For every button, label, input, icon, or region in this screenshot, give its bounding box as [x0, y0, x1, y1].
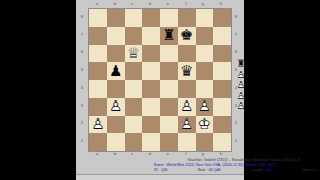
square-a7[interactable] — [89, 27, 107, 45]
square-h6[interactable] — [213, 45, 231, 63]
square-d2[interactable] — [142, 116, 160, 134]
file-label-a: a — [93, 152, 100, 156]
square-d4[interactable] — [142, 80, 160, 98]
file-label-b: b — [111, 152, 118, 156]
footer-strip — [76, 175, 244, 180]
square-c8[interactable] — [125, 9, 143, 27]
white-king: ♚♔ — [196, 116, 214, 134]
black-queen: ♛ — [178, 62, 196, 80]
file-label-c: c — [129, 152, 136, 156]
file-label-c: c — [129, 2, 136, 6]
square-b4[interactable] — [107, 80, 125, 98]
square-c6[interactable]: ♛♕ — [125, 45, 143, 63]
square-c2[interactable] — [125, 116, 143, 134]
chess-board[interactable]: ♜♚♛♕♟♛♟♙♟♙♟♙♟♙♟♙♚♔ — [88, 8, 232, 152]
square-g6[interactable] — [196, 45, 214, 63]
square-d6[interactable] — [142, 45, 160, 63]
square-g2[interactable]: ♚♔ — [196, 116, 214, 134]
white-pawn: ♟♙ — [178, 116, 196, 134]
square-f5[interactable]: ♛ — [178, 62, 196, 80]
file-label-g: g — [200, 152, 207, 156]
square-f6[interactable] — [178, 45, 196, 63]
black-pawn: ♟ — [107, 62, 125, 80]
black-rook: ♜ — [160, 27, 178, 45]
square-b2[interactable] — [107, 116, 125, 134]
file-label-d: d — [147, 152, 154, 156]
square-f7[interactable]: ♚ — [178, 27, 196, 45]
square-e8[interactable] — [160, 9, 178, 27]
rank-label-right-5: 5 — [233, 68, 240, 72]
file-label-h: h — [218, 2, 225, 6]
rank-label-left-6: 6 — [79, 50, 86, 54]
white-pawn: ♟♙ — [178, 98, 196, 116]
video-frame: ♜♚♛♕♟♛♟♙♟♙♟♙♟♙♟♙♚♔ ♜♟♙♟♙♟♙♟♙ Gauthier, G… — [0, 0, 320, 180]
square-b3[interactable]: ♟♙ — [107, 98, 125, 116]
square-c4[interactable] — [125, 80, 143, 98]
square-e6[interactable] — [160, 45, 178, 63]
tray-white-pawn: ♟♙ — [236, 91, 246, 101]
square-a4[interactable] — [89, 80, 107, 98]
square-c7[interactable] — [125, 27, 143, 45]
square-h7[interactable] — [213, 27, 231, 45]
move-token: Length : 116 — [251, 168, 271, 172]
square-g3[interactable]: ♟♙ — [196, 98, 214, 116]
rank-label-right-4: 4 — [233, 86, 240, 90]
white-queen: ♛♕ — [125, 45, 143, 63]
file-label-f: f — [182, 2, 189, 6]
square-b5[interactable]: ♟ — [107, 62, 125, 80]
black-king: ♚ — [178, 27, 196, 45]
square-h5[interactable] — [213, 62, 231, 80]
file-label-f: f — [182, 152, 189, 156]
file-label-e: e — [164, 2, 171, 6]
rank-label-right-3: 3 — [233, 104, 240, 108]
white-pawn: ♟♙ — [89, 116, 107, 134]
square-a2[interactable]: ♟♙ — [89, 116, 107, 134]
file-label-a: a — [93, 2, 100, 6]
rank-label-left-5: 5 — [79, 68, 86, 72]
square-c1[interactable] — [125, 133, 143, 151]
square-a3[interactable] — [89, 98, 107, 116]
rank-label-left-2: 2 — [79, 121, 86, 125]
square-c3[interactable] — [125, 98, 143, 116]
white-pawn: ♟♙ — [107, 98, 125, 116]
rank-label-right-8: 8 — [233, 15, 240, 19]
rank-label-left-3: 3 — [79, 104, 86, 108]
move-token: Material : -1 — [302, 168, 320, 172]
letterbox-right — [244, 0, 320, 180]
move-token: 91 : Qf6 — [154, 168, 167, 172]
square-d3[interactable] — [142, 98, 160, 116]
square-h1[interactable] — [213, 133, 231, 151]
square-e7[interactable]: ♜ — [160, 27, 178, 45]
square-c5[interactable] — [125, 62, 143, 80]
square-a5[interactable] — [89, 62, 107, 80]
rank-label-left-1: 1 — [79, 139, 86, 143]
square-e2[interactable] — [160, 116, 178, 134]
rank-label-left-7: 7 — [79, 33, 86, 37]
square-f3[interactable]: ♟♙ — [178, 98, 196, 116]
square-h3[interactable] — [213, 98, 231, 116]
square-b1[interactable] — [107, 133, 125, 151]
rank-label-right-2: 2 — [233, 121, 240, 125]
square-e3[interactable] — [160, 98, 178, 116]
move-info-line: 91 : Qf6Next : 46.Qd6Length : 116Materia… — [154, 168, 320, 172]
rank-label-left-8: 8 — [79, 15, 86, 19]
square-g1[interactable] — [196, 133, 214, 151]
file-label-d: d — [147, 2, 154, 6]
file-label-h: h — [218, 152, 225, 156]
square-g8[interactable] — [196, 9, 214, 27]
square-b8[interactable] — [107, 9, 125, 27]
rank-label-right-6: 6 — [233, 50, 240, 54]
square-d1[interactable] — [142, 133, 160, 151]
square-a8[interactable] — [89, 9, 107, 27]
square-g5[interactable] — [196, 62, 214, 80]
square-a1[interactable] — [89, 133, 107, 151]
square-d8[interactable] — [142, 9, 160, 27]
square-f8[interactable] — [178, 9, 196, 27]
players-result-line: Gauthier, Gabriel (2315) -- Kovalevsky, … — [160, 158, 320, 162]
square-h4[interactable] — [213, 80, 231, 98]
square-f1[interactable] — [178, 133, 196, 151]
rank-label-left-4: 4 — [79, 86, 86, 90]
square-h2[interactable] — [213, 116, 231, 134]
file-label-g: g — [200, 2, 207, 6]
square-a6[interactable] — [89, 45, 107, 63]
chess-gui-panel: ♜♚♛♕♟♛♟♙♟♙♟♙♟♙♟♙♚♔ ♜♟♙♟♙♟♙♟♙ Gauthier, G… — [76, 0, 244, 180]
square-g7[interactable] — [196, 27, 214, 45]
rank-label-right-7: 7 — [233, 33, 240, 37]
square-b6[interactable] — [107, 45, 125, 63]
square-f2[interactable]: ♟♙ — [178, 116, 196, 134]
square-f4[interactable] — [178, 80, 196, 98]
move-token: Next : 46.Qd6 — [198, 168, 221, 172]
event-info-line: Event : World Blitz 2024, New York USA, … — [154, 163, 275, 167]
square-d5[interactable] — [142, 62, 160, 80]
square-e5[interactable] — [160, 62, 178, 80]
file-label-b: b — [111, 2, 118, 6]
square-b7[interactable] — [107, 27, 125, 45]
square-g4[interactable] — [196, 80, 214, 98]
rank-label-right-1: 1 — [233, 139, 240, 143]
file-label-e: e — [164, 152, 171, 156]
white-pawn: ♟♙ — [196, 98, 214, 116]
square-h8[interactable] — [213, 9, 231, 27]
square-e4[interactable] — [160, 80, 178, 98]
square-e1[interactable] — [160, 133, 178, 151]
square-d7[interactable] — [142, 27, 160, 45]
letterbox-left — [0, 0, 76, 180]
